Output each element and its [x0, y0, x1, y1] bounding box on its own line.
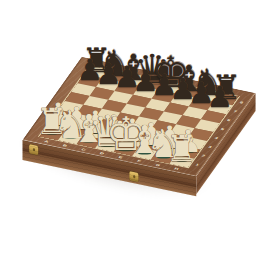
piece-white-rook[interactable]: ♜ — [166, 131, 198, 167]
pieces-layer: ♜♞♝♛♚♝♞♜♟♟♟♟♟♟♟♟♟♟♟♟♟♟♟♟♜♞♝♛♚♝♞♜ — [0, 0, 265, 265]
piece-black-pawn[interactable]: ♟ — [207, 83, 233, 113]
product-photo-scene: ABCDEFGH 12345678 ♜♞♝♛♚♝♞♜♟♟♟♟♟♟♟♟♟♟♟♟♟♟… — [0, 0, 265, 265]
